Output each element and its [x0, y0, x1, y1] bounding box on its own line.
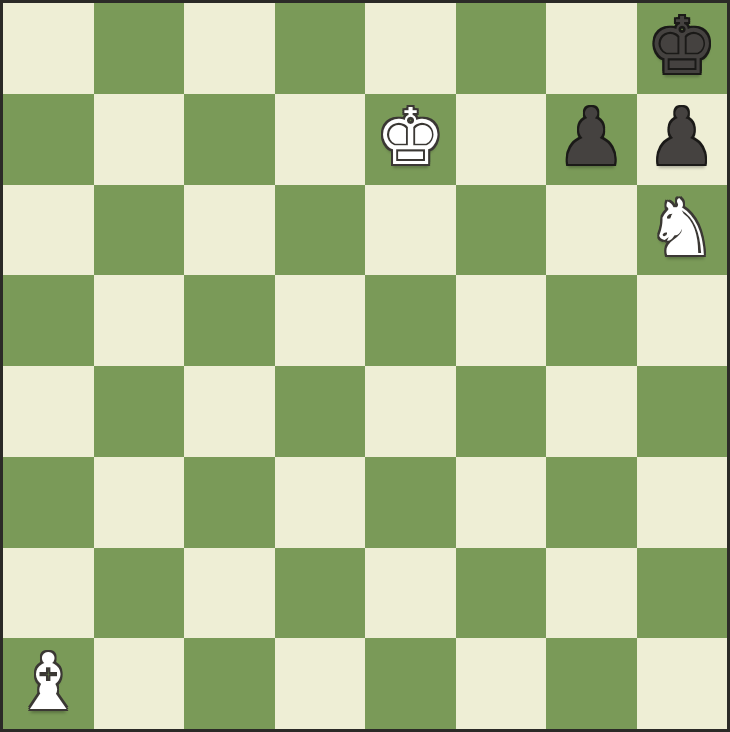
- square-f7[interactable]: [456, 94, 547, 185]
- square-c5[interactable]: [184, 275, 275, 366]
- square-f6[interactable]: [456, 185, 547, 276]
- black-king[interactable]: ♚: [647, 7, 717, 85]
- square-a1[interactable]: ♝: [3, 638, 94, 729]
- square-f3[interactable]: [456, 457, 547, 548]
- square-b2[interactable]: [94, 548, 185, 639]
- square-d4[interactable]: [275, 366, 366, 457]
- square-e6[interactable]: [365, 185, 456, 276]
- white-king[interactable]: ♚: [375, 98, 445, 176]
- square-e3[interactable]: [365, 457, 456, 548]
- square-e5[interactable]: [365, 275, 456, 366]
- square-h2[interactable]: [637, 548, 728, 639]
- square-a8[interactable]: [3, 3, 94, 94]
- square-h3[interactable]: [637, 457, 728, 548]
- square-h8[interactable]: ♚: [637, 3, 728, 94]
- square-a2[interactable]: [3, 548, 94, 639]
- square-g8[interactable]: [546, 3, 637, 94]
- square-h7[interactable]: ♟: [637, 94, 728, 185]
- square-f2[interactable]: [456, 548, 547, 639]
- square-g7[interactable]: ♟: [546, 94, 637, 185]
- black-pawn[interactable]: ♟: [556, 98, 626, 176]
- square-g6[interactable]: [546, 185, 637, 276]
- square-c4[interactable]: [184, 366, 275, 457]
- square-f8[interactable]: [456, 3, 547, 94]
- square-f5[interactable]: [456, 275, 547, 366]
- square-d5[interactable]: [275, 275, 366, 366]
- square-a6[interactable]: [3, 185, 94, 276]
- white-bishop[interactable]: ♝: [13, 643, 83, 721]
- white-knight[interactable]: ♞: [647, 189, 717, 267]
- chess-board: ♚♚♟♟♞♝: [3, 3, 727, 729]
- square-b8[interactable]: [94, 3, 185, 94]
- square-d8[interactable]: [275, 3, 366, 94]
- square-b1[interactable]: [94, 638, 185, 729]
- square-b6[interactable]: [94, 185, 185, 276]
- black-pawn[interactable]: ♟: [647, 98, 717, 176]
- square-d2[interactable]: [275, 548, 366, 639]
- chess-board-frame: ♚♚♟♟♞♝: [0, 0, 730, 732]
- square-b3[interactable]: [94, 457, 185, 548]
- square-b7[interactable]: [94, 94, 185, 185]
- square-e2[interactable]: [365, 548, 456, 639]
- square-a7[interactable]: [3, 94, 94, 185]
- square-f4[interactable]: [456, 366, 547, 457]
- square-d3[interactable]: [275, 457, 366, 548]
- square-e7[interactable]: ♚: [365, 94, 456, 185]
- square-a3[interactable]: [3, 457, 94, 548]
- square-g5[interactable]: [546, 275, 637, 366]
- square-a4[interactable]: [3, 366, 94, 457]
- square-d7[interactable]: [275, 94, 366, 185]
- square-h5[interactable]: [637, 275, 728, 366]
- square-c7[interactable]: [184, 94, 275, 185]
- square-c2[interactable]: [184, 548, 275, 639]
- square-g3[interactable]: [546, 457, 637, 548]
- square-e1[interactable]: [365, 638, 456, 729]
- square-g1[interactable]: [546, 638, 637, 729]
- square-c3[interactable]: [184, 457, 275, 548]
- square-a5[interactable]: [3, 275, 94, 366]
- square-c1[interactable]: [184, 638, 275, 729]
- square-c8[interactable]: [184, 3, 275, 94]
- square-d1[interactable]: [275, 638, 366, 729]
- square-h1[interactable]: [637, 638, 728, 729]
- square-c6[interactable]: [184, 185, 275, 276]
- square-e4[interactable]: [365, 366, 456, 457]
- square-b5[interactable]: [94, 275, 185, 366]
- square-b4[interactable]: [94, 366, 185, 457]
- square-g4[interactable]: [546, 366, 637, 457]
- square-d6[interactable]: [275, 185, 366, 276]
- square-e8[interactable]: [365, 3, 456, 94]
- square-f1[interactable]: [456, 638, 547, 729]
- square-h4[interactable]: [637, 366, 728, 457]
- square-g2[interactable]: [546, 548, 637, 639]
- square-h6[interactable]: ♞: [637, 185, 728, 276]
